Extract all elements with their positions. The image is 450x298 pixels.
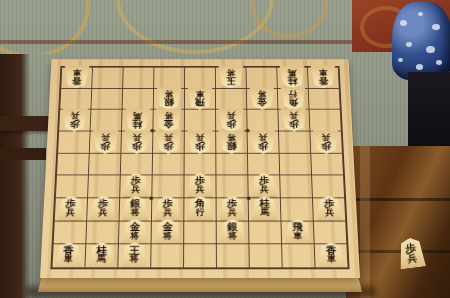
square-9b[interactable] <box>59 88 91 109</box>
square-4b[interactable] <box>216 88 247 109</box>
cushion-seam <box>0 40 372 44</box>
square-5a[interactable] <box>184 67 215 88</box>
square-6f[interactable] <box>152 175 184 198</box>
left-furniture-slat <box>0 116 52 131</box>
chest-sheen <box>360 146 370 298</box>
square-2f[interactable] <box>280 175 313 198</box>
shogi-board: 香車玉将桂馬香車銀将飛車金将角行歩兵桂馬金将歩兵歩兵歩兵歩兵歩兵歩兵銀将歩兵歩兵… <box>40 59 360 278</box>
square-3e[interactable] <box>248 153 280 175</box>
square-2i[interactable] <box>282 244 316 268</box>
square-5e[interactable] <box>184 153 216 175</box>
embroidery-swirl <box>250 0 328 38</box>
square-8h[interactable] <box>85 221 118 244</box>
square-2e[interactable] <box>279 153 312 175</box>
jar-floral-dot <box>416 64 423 70</box>
square-8a[interactable] <box>91 67 123 88</box>
square-4f[interactable] <box>216 175 248 198</box>
square-9h[interactable] <box>53 221 87 244</box>
square-5i[interactable] <box>183 244 216 268</box>
square-9d[interactable] <box>57 131 90 153</box>
jar-floral-dot <box>436 60 442 65</box>
square-8c[interactable] <box>90 109 122 131</box>
square-4e[interactable] <box>216 153 248 175</box>
square-3h[interactable] <box>249 221 282 244</box>
square-1b[interactable] <box>309 88 341 109</box>
square-8e[interactable] <box>88 153 121 175</box>
jar-floral-dot <box>406 42 412 47</box>
square-3i[interactable] <box>249 244 282 268</box>
jar-floral-dot <box>418 12 423 16</box>
square-2d[interactable] <box>279 131 311 153</box>
square-9e[interactable] <box>56 153 89 175</box>
piece-kanji: 兵 <box>407 253 418 264</box>
square-3a[interactable] <box>246 67 277 88</box>
square-6e[interactable] <box>152 153 184 175</box>
orange-cushion <box>0 0 372 54</box>
square-4i[interactable] <box>216 244 249 268</box>
jar-floral-dot <box>432 24 440 30</box>
square-1e[interactable] <box>311 153 344 175</box>
square-9f[interactable] <box>55 175 88 198</box>
jar-floral-dot <box>426 46 435 53</box>
jar-floral-dot <box>398 58 403 62</box>
square-1c[interactable] <box>309 109 341 131</box>
square-2g[interactable] <box>281 198 314 221</box>
square-5c[interactable] <box>184 109 216 131</box>
square-7e[interactable] <box>120 153 152 175</box>
porcelain-jar <box>392 2 450 80</box>
wood-chest <box>346 146 450 298</box>
square-1h[interactable] <box>314 221 348 244</box>
square-8f[interactable] <box>87 175 120 198</box>
square-7b[interactable] <box>122 88 154 109</box>
square-3c[interactable] <box>247 109 279 131</box>
square-7a[interactable] <box>122 67 153 88</box>
jar-floral-dot <box>400 20 407 26</box>
square-8b[interactable] <box>91 88 123 109</box>
scene-root: { "game": "shogi", "position": { "sfen":… <box>0 0 450 298</box>
board-grid: 香車玉将桂馬香車銀将飛車金将角行歩兵桂馬金将歩兵歩兵歩兵歩兵歩兵歩兵銀将歩兵歩兵… <box>50 66 349 269</box>
square-1f[interactable] <box>312 175 345 198</box>
embroidery-swirl <box>0 0 90 54</box>
left-wood-furniture <box>0 54 30 298</box>
left-furniture-slat <box>0 148 46 160</box>
square-6i[interactable] <box>150 244 183 268</box>
square-6a[interactable] <box>153 67 184 88</box>
square-5h[interactable] <box>184 221 217 244</box>
